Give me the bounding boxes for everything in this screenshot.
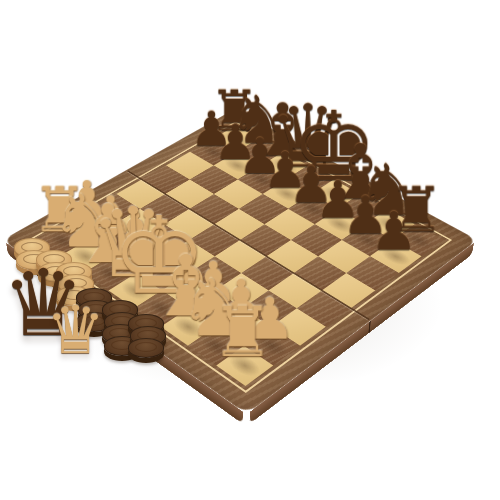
board-playing-area: ♜♞♝♛♚♝♞♜♟♟♟♟♟♟♟♟♟♟♟♟♟♟♟♟♜♞♝♛♚♝♞♜ (28, 121, 452, 393)
chess-board: ♜♞♝♛♚♝♞♜♟♟♟♟♟♟♟♟♟♟♟♟♟♟♟♟♜♞♝♛♚♝♞♜ (2, 109, 477, 415)
square-h1: ♜ (216, 346, 273, 386)
edge-fold-seam (368, 321, 370, 334)
square-h6 (346, 256, 398, 290)
chess-set-product-photo: ♜♞♝♛♚♝♞♜♟♟♟♟♟♟♟♟♟♟♟♟♟♟♟♟♜♞♝♛♚♝♞♜ ♛ ♛ (0, 0, 500, 500)
board-frame: ♜♞♝♛♚♝♞♜♟♟♟♟♟♟♟♟♟♟♟♟♟♟♟♟♜♞♝♛♚♝♞♜ (2, 109, 477, 415)
perspective-wrapper: ♜♞♝♛♚♝♞♜♟♟♟♟♟♟♟♟♟♟♟♟♟♟♟♟♜♞♝♛♚♝♞♜ (0, 0, 500, 500)
dark-pawn: ♟ (333, 205, 455, 258)
light-rook: ♜ (175, 298, 309, 367)
board-squares: ♜♞♝♛♚♝♞♜♟♟♟♟♟♟♟♟♟♟♟♟♟♟♟♟♜♞♝♛♚♝♞♜ (36, 125, 443, 385)
